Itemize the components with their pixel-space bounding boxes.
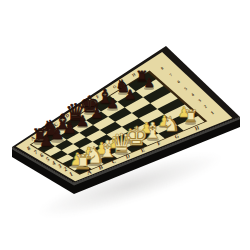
piece-contact-shadow	[159, 125, 170, 128]
product-photo: AABBCCDDEEFFGGHH1122334455667788 ♜♟♞♟♝♟♚…	[0, 0, 250, 250]
chess-pieces-layer: ♜♟♞♟♝♟♚♟♟♛♜♟♟♝♞♟♟♞♝♟♟♜♚♟♟♛♟♝♟♞♟♜	[0, 0, 250, 250]
piece-contact-shadow	[88, 163, 101, 167]
piece-contact-shadow	[185, 122, 196, 125]
piece-contact-shadow	[130, 145, 142, 148]
piece-contact-shadow	[137, 81, 146, 84]
piece-contact-shadow	[57, 128, 69, 131]
piece-contact-shadow	[144, 87, 154, 90]
piece-contact-shadow	[109, 147, 122, 150]
piece-contact-shadow	[77, 125, 88, 128]
piece-contact-shadow	[101, 157, 114, 161]
piece-contact-shadow	[51, 139, 63, 142]
piece-contact-shadow	[147, 138, 159, 141]
piece-contact-shadow	[118, 92, 128, 95]
piece-contact-shadow	[165, 130, 177, 133]
piece-contact-shadow	[100, 102, 110, 105]
piece-contact-shadow	[34, 142, 46, 145]
piece-contact-shadow	[141, 133, 153, 136]
piece-contact-shadow	[76, 168, 89, 172]
piece-contact-shadow	[91, 117, 102, 120]
piece-contact-shadow	[84, 112, 95, 115]
piece-contact-shadow	[107, 108, 118, 111]
piece-contact-shadow	[45, 135, 57, 138]
piece-contact-shadow	[124, 141, 136, 144]
piece-contact-shadow	[64, 132, 76, 135]
piece-contact-shadow	[115, 151, 128, 154]
piece-contact-shadow	[40, 146, 52, 149]
piece-contact-shadow	[179, 116, 190, 119]
piece-contact-shadow	[70, 120, 81, 123]
piece-contact-shadow	[125, 98, 135, 101]
